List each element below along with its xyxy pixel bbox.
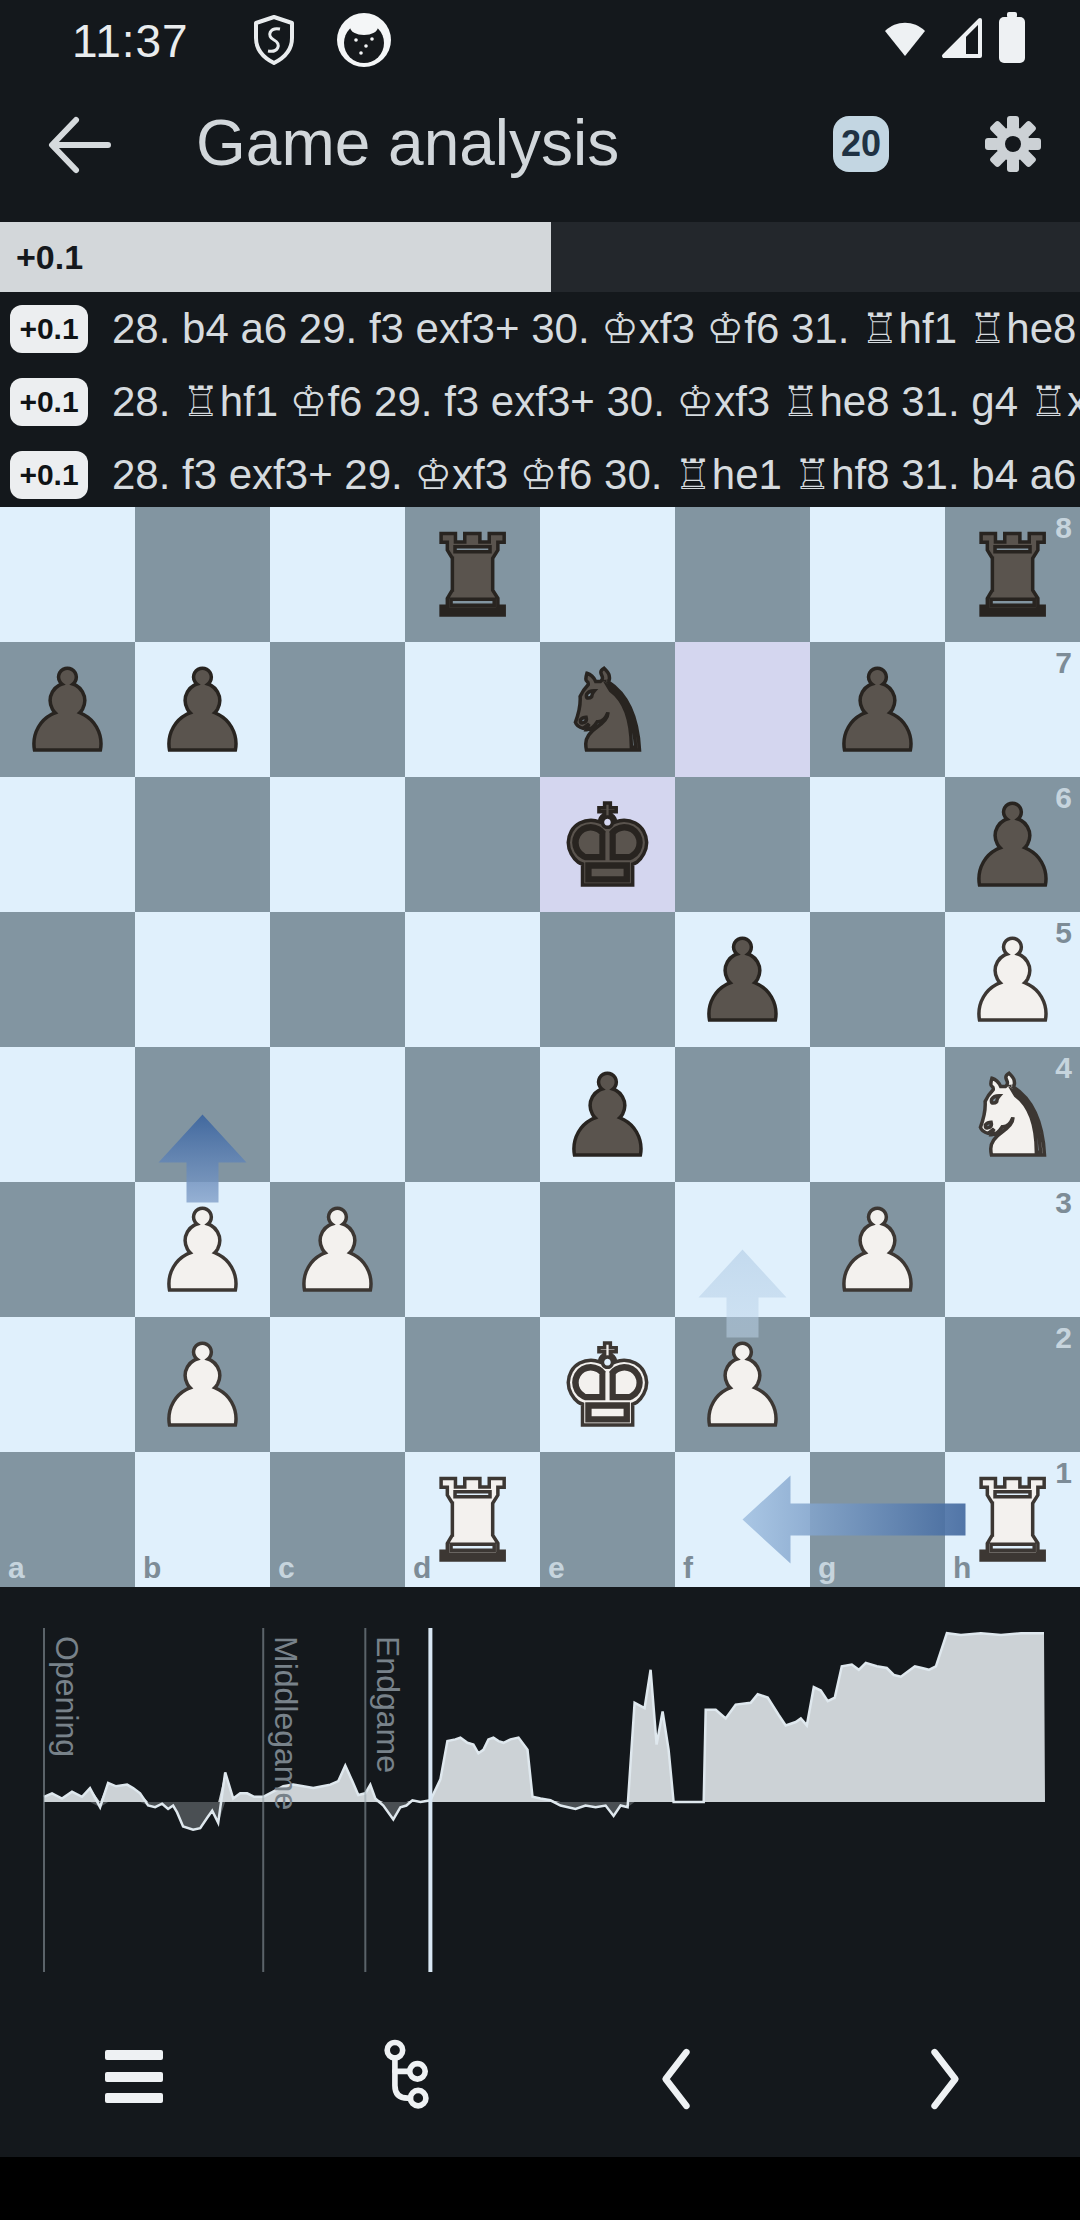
square-f5[interactable]: ♟: [675, 912, 810, 1047]
square-d5[interactable]: [405, 912, 540, 1047]
file-label-f: f: [683, 1551, 693, 1585]
black-pawn-g7[interactable]: ♟: [810, 642, 945, 777]
square-e6[interactable]: ♚: [540, 777, 675, 912]
rank-label-6: 6: [1055, 781, 1072, 815]
square-b1[interactable]: b: [135, 1452, 270, 1587]
lichess-app-icon: [334, 10, 394, 70]
wifi-icon: [882, 16, 928, 60]
white-pawn-g3[interactable]: ♟: [810, 1182, 945, 1317]
white-pawn-f2[interactable]: ♟: [675, 1317, 810, 1452]
square-a3[interactable]: [0, 1182, 135, 1317]
square-g4[interactable]: [810, 1047, 945, 1182]
square-c8[interactable]: [270, 507, 405, 642]
shield-icon: [250, 14, 298, 66]
engine-depth-badge[interactable]: 20: [833, 116, 889, 172]
square-h2[interactable]: 2: [945, 1317, 1080, 1452]
square-a2[interactable]: [0, 1317, 135, 1452]
rank-label-1: 1: [1055, 1456, 1072, 1490]
square-f6[interactable]: [675, 777, 810, 912]
black-pawn-a7[interactable]: ♟: [0, 642, 135, 777]
status-bar: 11:37: [0, 0, 1080, 80]
gesture-nav-area: [0, 2157, 1080, 2220]
square-d8[interactable]: ♜: [405, 507, 540, 642]
square-h5[interactable]: ♟5: [945, 912, 1080, 1047]
square-h6[interactable]: ♟6: [945, 777, 1080, 912]
black-king-e6[interactable]: ♚: [540, 777, 675, 912]
file-label-g: g: [818, 1551, 836, 1585]
square-f1[interactable]: f: [675, 1452, 810, 1587]
square-f3[interactable]: [675, 1182, 810, 1317]
square-b6[interactable]: [135, 777, 270, 912]
page-title: Game analysis: [196, 106, 619, 180]
square-b2[interactable]: ♟: [135, 1317, 270, 1452]
line-moves: 28. f3 exf3+ 29. ♔xf3 ♔f6 30. ♖he1 ♖hf8 …: [112, 450, 1080, 499]
advantage-area-positive: [44, 1633, 1045, 1802]
rank-label-2: 2: [1055, 1321, 1072, 1355]
square-e2[interactable]: ♚: [540, 1317, 675, 1452]
square-h4[interactable]: ♞4: [945, 1047, 1080, 1182]
square-a4[interactable]: [0, 1047, 135, 1182]
square-a7[interactable]: ♟: [0, 642, 135, 777]
square-c5[interactable]: [270, 912, 405, 1047]
battery-icon: [998, 12, 1026, 64]
square-h3[interactable]: 3: [945, 1182, 1080, 1317]
advantage-graph[interactable]: OpeningMiddlegameEndgame: [0, 1598, 1080, 1978]
square-b7[interactable]: ♟: [135, 642, 270, 777]
rank-label-7: 7: [1055, 646, 1072, 680]
white-pawn-b2[interactable]: ♟: [135, 1317, 270, 1452]
square-a5[interactable]: [0, 912, 135, 1047]
advantage-area-negative: [44, 1802, 1045, 1830]
black-pawn-e4[interactable]: ♟: [540, 1047, 675, 1182]
file-label-b: b: [143, 1551, 161, 1585]
depth-value: 20: [841, 123, 881, 165]
back-button[interactable]: [44, 114, 114, 176]
square-a8[interactable]: [0, 507, 135, 642]
eval-bar-label: +0.1: [16, 222, 83, 292]
square-d1[interactable]: ♜d: [405, 1452, 540, 1587]
line-eval-badge: +0.1: [10, 305, 88, 353]
square-c1[interactable]: c: [270, 1452, 405, 1587]
next-move-button[interactable]: [921, 2046, 969, 2112]
file-label-h: h: [953, 1551, 971, 1585]
square-b8[interactable]: [135, 507, 270, 642]
white-king-e2[interactable]: ♚: [540, 1317, 675, 1452]
engine-line-1[interactable]: +0.1 28. b4 a6 29. f3 exf3+ 30. ♔xf3 ♔f6…: [0, 292, 1080, 365]
square-h7[interactable]: 7: [945, 642, 1080, 777]
square-c4[interactable]: [270, 1047, 405, 1182]
square-b3[interactable]: ♟: [135, 1182, 270, 1317]
square-g5[interactable]: [810, 912, 945, 1047]
square-c6[interactable]: [270, 777, 405, 912]
black-knight-e7[interactable]: ♞: [540, 642, 675, 777]
square-g6[interactable]: [810, 777, 945, 912]
black-rook-d8[interactable]: ♜: [405, 507, 540, 642]
black-pawn-b7[interactable]: ♟: [135, 642, 270, 777]
square-h8[interactable]: ♜8: [945, 507, 1080, 642]
cell-signal-icon: [940, 14, 984, 60]
white-pawn-b3[interactable]: ♟: [135, 1182, 270, 1317]
square-b5[interactable]: [135, 912, 270, 1047]
phase-label-endgame: Endgame: [370, 1636, 406, 1773]
square-g7[interactable]: ♟: [810, 642, 945, 777]
line-eval-badge: +0.1: [10, 451, 88, 499]
square-f4[interactable]: [675, 1047, 810, 1182]
square-a1[interactable]: a: [0, 1452, 135, 1587]
square-b4[interactable]: [135, 1047, 270, 1182]
square-e3[interactable]: [540, 1182, 675, 1317]
square-c3[interactable]: ♟: [270, 1182, 405, 1317]
chevron-right-icon: [935, 2052, 956, 2106]
square-g8[interactable]: [810, 507, 945, 642]
square-e5[interactable]: [540, 912, 675, 1047]
file-label-e: e: [548, 1551, 565, 1585]
square-f2[interactable]: ♟: [675, 1317, 810, 1452]
engine-line-2[interactable]: +0.1 28. ♖hf1 ♔f6 29. f3 exf3+ 30. ♔xf3 …: [0, 365, 1080, 438]
square-e8[interactable]: [540, 507, 675, 642]
line-moves: 28. b4 a6 29. f3 exf3+ 30. ♔xf3 ♔f6 31. …: [112, 304, 1080, 353]
menu-button[interactable]: [105, 2050, 163, 2103]
square-d3[interactable]: [405, 1182, 540, 1317]
square-c2[interactable]: [270, 1317, 405, 1452]
engine-line-3[interactable]: +0.1 28. f3 exf3+ 29. ♔xf3 ♔f6 30. ♖he1 …: [0, 438, 1080, 511]
eval-bar: +0.1: [0, 222, 1080, 292]
menu-icon: [105, 2050, 163, 2060]
square-d2[interactable]: [405, 1317, 540, 1452]
chess-board[interactable]: ♜♜8♟♟♞♟7♚♟6♟♟5♟♞4♟♟♟3♟♚♟2abc♜defg♜1h: [0, 507, 1080, 1587]
square-g2[interactable]: [810, 1317, 945, 1452]
file-label-d: d: [413, 1551, 431, 1585]
phase-label-opening: Opening: [49, 1636, 85, 1757]
square-g3[interactable]: ♟: [810, 1182, 945, 1317]
rank-label-4: 4: [1055, 1051, 1072, 1085]
square-f7[interactable]: [675, 642, 810, 777]
line-moves: 28. ♖hf1 ♔f6 29. f3 exf3+ 30. ♔xf3 ♖he8 …: [112, 377, 1080, 426]
square-g1[interactable]: g: [810, 1452, 945, 1587]
engine-lines: +0.1 28. b4 a6 29. f3 exf3+ 30. ♔xf3 ♔f6…: [0, 292, 1080, 511]
variation-tree-icon: [387, 2042, 426, 2105]
previous-move-button[interactable]: [652, 2046, 700, 2112]
black-pawn-f5[interactable]: ♟: [675, 912, 810, 1047]
square-e7[interactable]: ♞: [540, 642, 675, 777]
square-e1[interactable]: e: [540, 1452, 675, 1587]
file-label-a: a: [8, 1551, 25, 1585]
square-d6[interactable]: [405, 777, 540, 912]
square-d7[interactable]: [405, 642, 540, 777]
rank-label-5: 5: [1055, 916, 1072, 950]
line-eval-badge: +0.1: [10, 378, 88, 426]
square-h1[interactable]: ♜1h: [945, 1452, 1080, 1587]
square-f8[interactable]: [675, 507, 810, 642]
square-a6[interactable]: [0, 777, 135, 912]
gear-icon[interactable]: [981, 112, 1045, 176]
rank-label-8: 8: [1055, 511, 1072, 545]
rank-label-3: 3: [1055, 1186, 1072, 1220]
white-pawn-c3[interactable]: ♟: [270, 1182, 405, 1317]
square-e4[interactable]: ♟: [540, 1047, 675, 1182]
square-c7[interactable]: [270, 642, 405, 777]
square-d4[interactable]: [405, 1047, 540, 1182]
clock: 11:37: [72, 14, 189, 68]
variation-tree-button[interactable]: [378, 2038, 440, 2116]
chevron-left-icon: [666, 2052, 687, 2106]
phase-label-middlegame: Middlegame: [268, 1636, 304, 1810]
file-label-c: c: [278, 1551, 295, 1585]
